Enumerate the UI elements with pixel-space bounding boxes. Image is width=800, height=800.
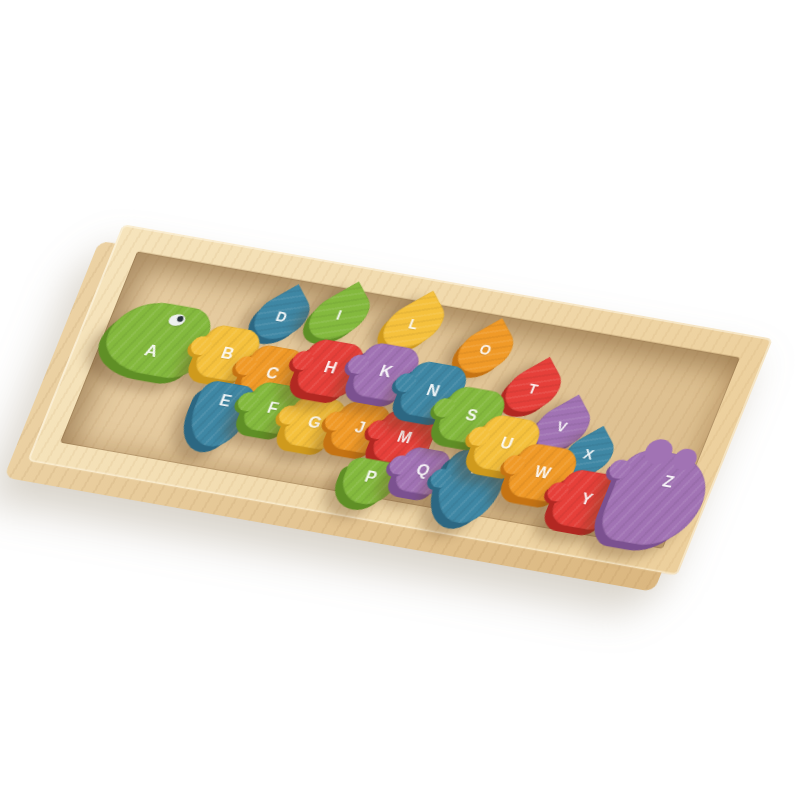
wooden-tray: ABCDEFGHIJKLMNOPQRSTUVWXYZ (27, 224, 773, 576)
piece-letter: Z (594, 446, 719, 553)
product-photo-scene: ABCDEFGHIJKLMNOPQRSTUVWXYZ (0, 0, 800, 800)
puzzle-piece-Z: Z (594, 446, 719, 553)
